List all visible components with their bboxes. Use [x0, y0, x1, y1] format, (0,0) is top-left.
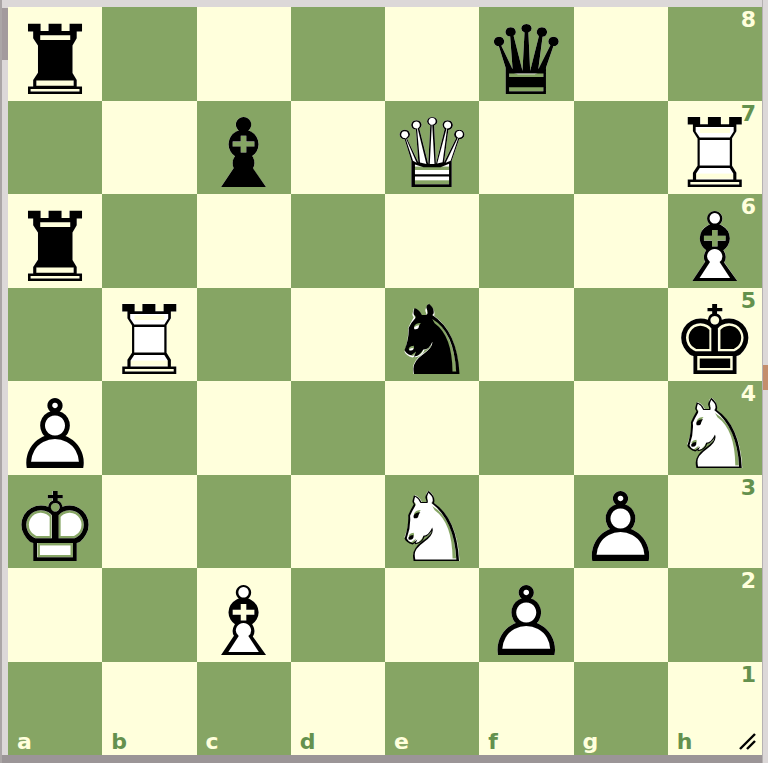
chessboard-window: ♖♜♕♛8♗♝♛♕7♜♖♖♜6♝♗♜♖♘♞5♔♚♟♙4♞♘♚♔♞♘♟♙3♝♗♟♙…: [0, 0, 768, 763]
black-rook-a6[interactable]: ♖♜: [8, 194, 102, 288]
square-b1[interactable]: b: [102, 662, 196, 756]
square-f5[interactable]: [479, 288, 573, 382]
file-label-f: f: [488, 731, 498, 753]
square-g4[interactable]: [574, 381, 668, 475]
square-h6[interactable]: 6♝♗: [668, 194, 762, 288]
square-d5[interactable]: [291, 288, 385, 382]
square-f7[interactable]: [479, 101, 573, 195]
square-c6[interactable]: [197, 194, 291, 288]
piece-glyph: ♞: [385, 295, 479, 389]
square-a1[interactable]: a: [8, 662, 102, 756]
square-h8[interactable]: 8: [668, 7, 762, 101]
square-a2[interactable]: [8, 568, 102, 662]
square-c4[interactable]: [197, 381, 291, 475]
square-a8[interactable]: ♖♜: [8, 7, 102, 101]
square-d2[interactable]: [291, 568, 385, 662]
square-c8[interactable]: [197, 7, 291, 101]
square-g3[interactable]: ♟♙: [574, 475, 668, 569]
file-label-c: c: [206, 731, 219, 753]
square-e5[interactable]: ♘♞: [385, 288, 479, 382]
square-f3[interactable]: [479, 475, 573, 569]
square-e3[interactable]: ♞♘: [385, 475, 479, 569]
file-label-a: a: [17, 731, 32, 753]
piece-glyph: ♙: [8, 388, 102, 482]
piece-glyph: ♚: [668, 295, 762, 389]
black-knight-e5[interactable]: ♘♞: [385, 288, 479, 382]
piece-glyph: ♛: [479, 14, 573, 108]
board-resize-handle[interactable]: [738, 732, 757, 751]
file-label-g: g: [583, 731, 599, 753]
file-label-d: d: [300, 731, 316, 753]
square-b6[interactable]: [102, 194, 196, 288]
square-d3[interactable]: [291, 475, 385, 569]
square-g2[interactable]: [574, 568, 668, 662]
square-e4[interactable]: [385, 381, 479, 475]
piece-glyph: ♘: [668, 388, 762, 482]
square-g1[interactable]: g: [574, 662, 668, 756]
file-label-h: h: [677, 731, 693, 753]
window-bottom-strip: [2, 755, 762, 763]
white-bishop-h6[interactable]: ♝♗: [668, 194, 762, 288]
square-a7[interactable]: [8, 101, 102, 195]
piece-glyph: ♕: [385, 108, 479, 202]
square-e8[interactable]: [385, 7, 479, 101]
square-a6[interactable]: ♖♜: [8, 194, 102, 288]
piece-glyph: ♙: [574, 482, 668, 576]
square-a4[interactable]: ♟♙: [8, 381, 102, 475]
square-b2[interactable]: [102, 568, 196, 662]
white-pawn-f2[interactable]: ♟♙: [479, 568, 573, 662]
rank-label-3: 3: [741, 477, 756, 499]
square-c7[interactable]: ♗♝: [197, 101, 291, 195]
square-e2[interactable]: [385, 568, 479, 662]
black-king-h5[interactable]: ♔♚: [668, 288, 762, 382]
square-g5[interactable]: [574, 288, 668, 382]
square-a3[interactable]: ♚♔: [8, 475, 102, 569]
black-rook-a8[interactable]: ♖♜: [8, 7, 102, 101]
square-h5[interactable]: 5♔♚: [668, 288, 762, 382]
square-a5[interactable]: [8, 288, 102, 382]
white-queen-e7[interactable]: ♛♕: [385, 101, 479, 195]
square-c2[interactable]: ♝♗: [197, 568, 291, 662]
square-b3[interactable]: [102, 475, 196, 569]
rank-label-1: 1: [741, 664, 756, 686]
white-knight-e3[interactable]: ♞♘: [385, 475, 479, 569]
square-d1[interactable]: d: [291, 662, 385, 756]
square-b4[interactable]: [102, 381, 196, 475]
square-f2[interactable]: ♟♙: [479, 568, 573, 662]
window-left-edge-shadow: [2, 8, 8, 60]
square-c3[interactable]: [197, 475, 291, 569]
rank-label-8: 8: [741, 9, 756, 31]
white-rook-b5[interactable]: ♜♖: [102, 288, 196, 382]
square-e1[interactable]: e: [385, 662, 479, 756]
file-label-e: e: [394, 731, 409, 753]
square-e6[interactable]: [385, 194, 479, 288]
square-g7[interactable]: [574, 101, 668, 195]
square-h4[interactable]: 4♞♘: [668, 381, 762, 475]
white-pawn-a4[interactable]: ♟♙: [8, 381, 102, 475]
white-pawn-g3[interactable]: ♟♙: [574, 475, 668, 569]
square-d4[interactable]: [291, 381, 385, 475]
white-bishop-c2[interactable]: ♝♗: [197, 568, 291, 662]
piece-glyph: ♝: [197, 108, 291, 202]
piece-glyph: ♔: [8, 482, 102, 576]
square-e7[interactable]: ♛♕: [385, 101, 479, 195]
white-rook-h7[interactable]: ♜♖: [668, 101, 762, 195]
piece-glyph: ♗: [668, 201, 762, 295]
square-b8[interactable]: [102, 7, 196, 101]
square-f6[interactable]: [479, 194, 573, 288]
window-left-edge-line: [0, 0, 2, 763]
chess-board: ♖♜♕♛8♗♝♛♕7♜♖♖♜6♝♗♜♖♘♞5♔♚♟♙4♞♘♚♔♞♘♟♙3♝♗♟♙…: [8, 7, 762, 755]
square-f8[interactable]: ♕♛: [479, 7, 573, 101]
square-h3[interactable]: 3: [668, 475, 762, 569]
piece-glyph: ♗: [197, 575, 291, 669]
piece-glyph: ♜: [8, 14, 102, 108]
piece-glyph: ♙: [479, 575, 573, 669]
scrollbar-marker: [763, 365, 768, 390]
black-queen-f8[interactable]: ♕♛: [479, 7, 573, 101]
square-g6[interactable]: [574, 194, 668, 288]
white-knight-h4[interactable]: ♞♘: [668, 381, 762, 475]
file-label-b: b: [111, 731, 127, 753]
square-d6[interactable]: [291, 194, 385, 288]
square-h2[interactable]: 2: [668, 568, 762, 662]
rank-label-2: 2: [741, 570, 756, 592]
window-right-scrollbar: [762, 0, 768, 763]
piece-glyph: ♘: [385, 482, 479, 576]
square-f4[interactable]: [479, 381, 573, 475]
square-h7[interactable]: 7♜♖: [668, 101, 762, 195]
square-b7[interactable]: [102, 101, 196, 195]
square-c5[interactable]: [197, 288, 291, 382]
square-g8[interactable]: [574, 7, 668, 101]
square-d8[interactable]: [291, 7, 385, 101]
white-king-a3[interactable]: ♚♔: [8, 475, 102, 569]
piece-glyph: ♖: [668, 108, 762, 202]
square-f1[interactable]: f: [479, 662, 573, 756]
piece-glyph: ♜: [8, 201, 102, 295]
square-c1[interactable]: c: [197, 662, 291, 756]
piece-glyph: ♖: [102, 295, 196, 389]
square-d7[interactable]: [291, 101, 385, 195]
black-bishop-c7[interactable]: ♗♝: [197, 101, 291, 195]
square-b5[interactable]: ♜♖: [102, 288, 196, 382]
